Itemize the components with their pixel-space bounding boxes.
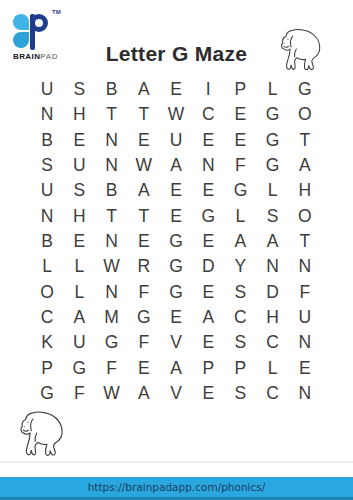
- grid-cell[interactable]: S: [224, 330, 256, 355]
- grid-cell[interactable]: S: [257, 204, 289, 229]
- grid-cell[interactable]: S: [31, 153, 63, 178]
- footer-bar: https://brainpadapp.com/phonics/: [0, 477, 353, 500]
- grid-cell[interactable]: H: [257, 305, 289, 330]
- grid-cell[interactable]: N: [95, 229, 127, 254]
- grid-cell[interactable]: M: [95, 305, 127, 330]
- grid-cell[interactable]: R: [128, 254, 160, 279]
- grid-cell[interactable]: B: [95, 178, 127, 203]
- grid-cell[interactable]: U: [63, 153, 95, 178]
- grid-cell[interactable]: L: [31, 254, 63, 279]
- grid-cell[interactable]: V: [160, 381, 192, 406]
- grid-cell[interactable]: L: [63, 279, 95, 304]
- grid-cell[interactable]: T: [289, 229, 321, 254]
- grid-cell[interactable]: E: [63, 229, 95, 254]
- grid-cell[interactable]: G: [257, 128, 289, 153]
- grid-cell[interactable]: F: [128, 279, 160, 304]
- grid-cell[interactable]: E: [128, 128, 160, 153]
- grid-cell[interactable]: F: [63, 381, 95, 406]
- grid-cell[interactable]: E: [160, 204, 192, 229]
- grid-cell[interactable]: G: [224, 178, 256, 203]
- grid-cell[interactable]: E: [192, 330, 224, 355]
- grid-cell[interactable]: L: [257, 178, 289, 203]
- grid-cell[interactable]: G: [257, 153, 289, 178]
- grid-cell[interactable]: U: [31, 77, 63, 102]
- grid-cell[interactable]: C: [192, 102, 224, 127]
- grid-cell[interactable]: B: [95, 77, 127, 102]
- grid-cell[interactable]: A: [257, 229, 289, 254]
- grid-cell[interactable]: N: [289, 254, 321, 279]
- grid-cell[interactable]: C: [257, 330, 289, 355]
- grid-cell[interactable]: N: [192, 153, 224, 178]
- grid-cell[interactable]: G: [95, 330, 127, 355]
- grid-cell[interactable]: O: [289, 102, 321, 127]
- grid-cell[interactable]: G: [31, 381, 63, 406]
- grid-cell[interactable]: E: [160, 178, 192, 203]
- grid-cell[interactable]: N: [31, 102, 63, 127]
- grid-cell[interactable]: A: [160, 355, 192, 380]
- grid-cell[interactable]: G: [128, 305, 160, 330]
- grid-cell[interactable]: F: [128, 330, 160, 355]
- grid-cell[interactable]: I: [192, 77, 224, 102]
- grid-cell[interactable]: A: [128, 77, 160, 102]
- grid-cell[interactable]: G: [192, 204, 224, 229]
- gorilla-icon: [15, 406, 71, 460]
- grid-cell[interactable]: G: [160, 229, 192, 254]
- grid-cell[interactable]: U: [160, 128, 192, 153]
- grid-cell[interactable]: G: [257, 102, 289, 127]
- grid-cell[interactable]: A: [289, 153, 321, 178]
- grid-cell[interactable]: A: [192, 305, 224, 330]
- grid-cell[interactable]: E: [128, 355, 160, 380]
- grid-cell[interactable]: E: [63, 128, 95, 153]
- grid-cell[interactable]: T: [289, 128, 321, 153]
- grid-cell[interactable]: N: [289, 330, 321, 355]
- grid-cell[interactable]: D: [257, 279, 289, 304]
- grid-cell[interactable]: A: [224, 229, 256, 254]
- grid-cell[interactable]: D: [192, 254, 224, 279]
- grid-cell[interactable]: N: [95, 153, 127, 178]
- grid-cell[interactable]: A: [128, 381, 160, 406]
- grid-cell[interactable]: F: [289, 279, 321, 304]
- grid-cell[interactable]: T: [128, 102, 160, 127]
- grid-cell[interactable]: L: [63, 254, 95, 279]
- grid-cell[interactable]: C: [31, 305, 63, 330]
- grid-cell[interactable]: A: [63, 305, 95, 330]
- grid-cell[interactable]: G: [63, 355, 95, 380]
- grid-cell[interactable]: S: [224, 279, 256, 304]
- grid-cell[interactable]: E: [192, 229, 224, 254]
- grid-cell[interactable]: W: [160, 102, 192, 127]
- grid-cell[interactable]: W: [95, 254, 127, 279]
- grid-cell[interactable]: N: [31, 204, 63, 229]
- grid-cell[interactable]: S: [224, 381, 256, 406]
- grid-cell[interactable]: E: [224, 102, 256, 127]
- grid-cell[interactable]: E: [224, 128, 256, 153]
- grid-cell[interactable]: V: [160, 330, 192, 355]
- grid-cell[interactable]: C: [257, 381, 289, 406]
- grid-cell[interactable]: W: [95, 381, 127, 406]
- grid-cell[interactable]: P: [224, 77, 256, 102]
- trademark-symbol: TM: [52, 9, 61, 15]
- grid-cell[interactable]: T: [95, 102, 127, 127]
- grid-cell[interactable]: B: [31, 128, 63, 153]
- grid-cell[interactable]: U: [63, 330, 95, 355]
- grid-cell[interactable]: G: [289, 77, 321, 102]
- grid-cell[interactable]: A: [160, 153, 192, 178]
- grid-cell[interactable]: E: [289, 355, 321, 380]
- grid-cell[interactable]: Y: [224, 254, 256, 279]
- grid-cell[interactable]: W: [128, 153, 160, 178]
- grid-cell[interactable]: N: [95, 128, 127, 153]
- grid-cell[interactable]: E: [192, 279, 224, 304]
- grid-cell[interactable]: B: [31, 229, 63, 254]
- grid-cell[interactable]: P: [224, 355, 256, 380]
- page-edge-divider: [0, 461, 353, 463]
- grid-cell[interactable]: L: [224, 204, 256, 229]
- grid-cell[interactable]: E: [192, 128, 224, 153]
- grid-cell[interactable]: U: [31, 178, 63, 203]
- grid-cell[interactable]: E: [192, 381, 224, 406]
- grid-cell[interactable]: N: [95, 279, 127, 304]
- letter-maze-grid: USBAEIPLGNHTTWCEGOBENEUEEGTSUNWANFGAUSBA…: [31, 77, 321, 406]
- footer-url-link[interactable]: https://brainpadapp.com/phonics/: [88, 481, 266, 493]
- grid-cell[interactable]: F: [95, 355, 127, 380]
- grid-cell[interactable]: F: [224, 153, 256, 178]
- grid-cell[interactable]: T: [95, 204, 127, 229]
- grid-cell[interactable]: S: [63, 77, 95, 102]
- grid-cell[interactable]: T: [128, 204, 160, 229]
- grid-cell[interactable]: O: [289, 204, 321, 229]
- grid-cell[interactable]: A: [128, 178, 160, 203]
- grid-cell[interactable]: P: [192, 355, 224, 380]
- grid-cell[interactable]: C: [224, 305, 256, 330]
- grid-cell[interactable]: H: [63, 102, 95, 127]
- grid-cell[interactable]: H: [289, 178, 321, 203]
- grid-cell[interactable]: P: [31, 355, 63, 380]
- grid-cell[interactable]: L: [257, 355, 289, 380]
- grid-cell[interactable]: S: [63, 178, 95, 203]
- grid-cell[interactable]: O: [31, 279, 63, 304]
- grid-cell[interactable]: L: [257, 77, 289, 102]
- grid-cell[interactable]: E: [160, 305, 192, 330]
- gorilla-icon: [276, 24, 328, 74]
- grid-cell[interactable]: K: [31, 330, 63, 355]
- worksheet-page: TM BRAINPAD Letter G Maze USBAEIPLGNHTTW…: [0, 0, 353, 500]
- grid-cell[interactable]: G: [160, 279, 192, 304]
- logo-leaf-top: [13, 14, 29, 30]
- grid-cell[interactable]: G: [160, 254, 192, 279]
- grid-cell[interactable]: N: [257, 254, 289, 279]
- grid-cell[interactable]: U: [289, 305, 321, 330]
- grid-cell[interactable]: E: [192, 178, 224, 203]
- grid-cell[interactable]: E: [128, 229, 160, 254]
- grid-cell[interactable]: N: [289, 381, 321, 406]
- grid-cell[interactable]: H: [63, 204, 95, 229]
- grid-cell[interactable]: E: [160, 77, 192, 102]
